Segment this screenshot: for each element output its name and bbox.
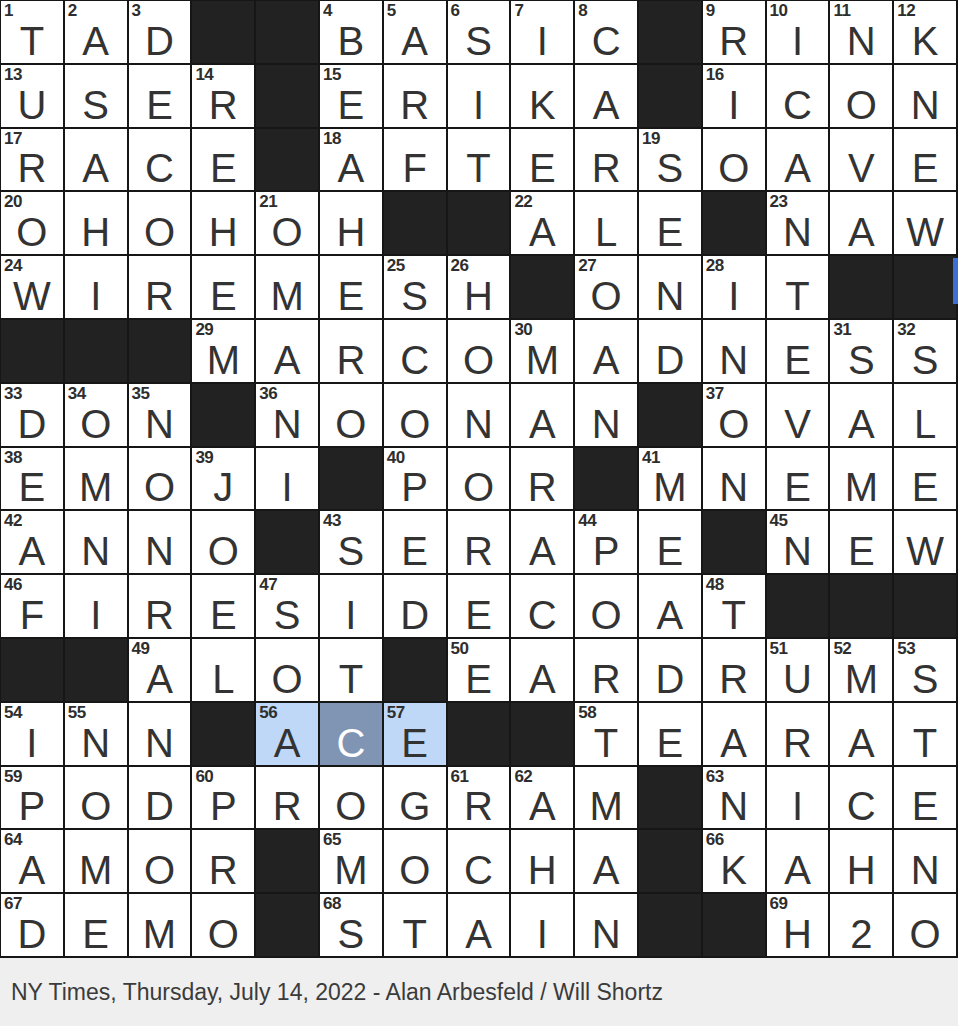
cell-r14c1[interactable]: 64A xyxy=(1,830,63,892)
black-cell xyxy=(65,639,127,701)
cell-r1c3[interactable]: 3D xyxy=(129,1,191,63)
cell-r14c7[interactable]: O xyxy=(384,830,446,892)
cell-r11c4[interactable]: L xyxy=(192,639,254,701)
cell-r15c15[interactable]: O xyxy=(894,894,956,956)
cell-letter: H xyxy=(830,850,892,890)
cell-r9c8[interactable]: R xyxy=(448,511,510,573)
cell-r6c9[interactable]: 30M xyxy=(511,320,573,382)
cell-letter: D xyxy=(129,786,191,826)
cell-r3c11[interactable]: 19S xyxy=(639,129,701,191)
cell-letter: O xyxy=(65,786,127,826)
cell-r8c4[interactable]: 39J xyxy=(192,448,254,510)
cell-r7c5[interactable]: 36N xyxy=(256,384,318,446)
cell-r4c14[interactable]: A xyxy=(830,192,892,254)
cell-r10c5[interactable]: 47S xyxy=(256,575,318,637)
cell-r11c14[interactable]: 52M xyxy=(830,639,892,701)
cell-r13c12[interactable]: 63N xyxy=(703,767,765,829)
cell-letter: A xyxy=(575,85,637,125)
cell-r7c1[interactable]: 33D xyxy=(1,384,63,446)
cell-r6c11[interactable]: D xyxy=(639,320,701,382)
cell-r14c12[interactable]: 66K xyxy=(703,830,765,892)
black-cell xyxy=(639,384,701,446)
cell-r11c9[interactable]: A xyxy=(511,639,573,701)
cell-r3c10[interactable]: R xyxy=(575,129,637,191)
cell-r12c6[interactable]: C xyxy=(320,703,382,765)
cell-r6c13[interactable]: E xyxy=(767,320,829,382)
cell-letter: R xyxy=(1,148,63,188)
cell-letter: L xyxy=(192,659,254,699)
cell-r1c12[interactable]: 9R xyxy=(703,1,765,63)
clue-number: 39 xyxy=(195,448,213,468)
cell-r3c8[interactable]: T xyxy=(448,129,510,191)
cell-r12c5[interactable]: 56A xyxy=(256,703,318,765)
cell-r3c2[interactable]: A xyxy=(65,129,127,191)
cell-r9c3[interactable]: N xyxy=(129,511,191,573)
cell-r7c9[interactable]: A xyxy=(511,384,573,446)
cell-letter: W xyxy=(894,212,956,252)
cell-letter: S xyxy=(830,340,892,380)
cell-r7c2[interactable]: 34O xyxy=(65,384,127,446)
cell-letter: E xyxy=(1,467,63,507)
black-cell xyxy=(511,703,573,765)
cell-letter: O xyxy=(575,595,637,635)
cell-r2c15[interactable]: N xyxy=(894,65,956,127)
cell-letter: T xyxy=(894,723,956,763)
cell-letter: L xyxy=(894,404,956,444)
cell-letter: N xyxy=(767,531,829,571)
cell-r4c11[interactable]: E xyxy=(639,192,701,254)
cell-letter: S xyxy=(65,85,127,125)
cell-r9c2[interactable]: N xyxy=(65,511,127,573)
cell-r12c7[interactable]: 57E xyxy=(384,703,446,765)
cell-letter: N xyxy=(575,914,637,954)
cell-letter: S xyxy=(320,531,382,571)
cell-r8c11[interactable]: 41M xyxy=(639,448,701,510)
cell-letter: O xyxy=(894,914,956,954)
black-cell xyxy=(703,192,765,254)
cell-r1c15[interactable]: 12K xyxy=(894,1,956,63)
clue-number: 8 xyxy=(578,1,587,21)
cell-r9c13[interactable]: 45N xyxy=(767,511,829,573)
cell-r8c13[interactable]: E xyxy=(767,448,829,510)
cell-letter: A xyxy=(1,850,63,890)
black-cell xyxy=(830,575,892,637)
cell-r12c13[interactable]: R xyxy=(767,703,829,765)
cell-letter: O xyxy=(384,404,446,444)
cell-r13c13[interactable]: I xyxy=(767,767,829,829)
cell-letter: H xyxy=(511,850,573,890)
cell-letter: E xyxy=(894,786,956,826)
clue-number: 10 xyxy=(770,1,788,21)
cell-r11c10[interactable]: R xyxy=(575,639,637,701)
cell-r4c2[interactable]: H xyxy=(65,192,127,254)
clue-number: 16 xyxy=(706,65,724,85)
cell-r4c5[interactable]: 21O xyxy=(256,192,318,254)
cell-r11c12[interactable]: R xyxy=(703,639,765,701)
cell-r15c13[interactable]: 69H xyxy=(767,894,829,956)
clue-number: 7 xyxy=(514,1,523,21)
cell-r1c10[interactable]: 8C xyxy=(575,1,637,63)
cell-r14c10[interactable]: A xyxy=(575,830,637,892)
cell-r1c13[interactable]: 10I xyxy=(767,1,829,63)
cell-r11c8[interactable]: 50E xyxy=(448,639,510,701)
cell-r2c3[interactable]: E xyxy=(129,65,191,127)
cell-r15c7[interactable]: T xyxy=(384,894,446,956)
cell-r13c1[interactable]: 59P xyxy=(1,767,63,829)
cell-r10c8[interactable]: E xyxy=(448,575,510,637)
cell-r2c4[interactable]: 14R xyxy=(192,65,254,127)
cell-r8c3[interactable]: O xyxy=(129,448,191,510)
cell-letter: D xyxy=(1,404,63,444)
cell-r2c7[interactable]: R xyxy=(384,65,446,127)
cell-letter: R xyxy=(575,659,637,699)
cell-r3c15[interactable]: E xyxy=(894,129,956,191)
cell-r12c10[interactable]: 58T xyxy=(575,703,637,765)
cell-r4c15[interactable]: W xyxy=(894,192,956,254)
cell-r2c10[interactable]: A xyxy=(575,65,637,127)
cell-letter: N xyxy=(830,21,892,61)
black-cell xyxy=(1,320,63,382)
cell-r15c3[interactable]: M xyxy=(129,894,191,956)
cell-r8c2[interactable]: M xyxy=(65,448,127,510)
cell-r3c1[interactable]: 17R xyxy=(1,129,63,191)
cell-letter: C xyxy=(448,850,510,890)
clue-number: 5 xyxy=(387,1,396,21)
cell-r1c14[interactable]: 11N xyxy=(830,1,892,63)
cell-r8c8[interactable]: O xyxy=(448,448,510,510)
cell-r13c8[interactable]: 61R xyxy=(448,767,510,829)
cell-r6c4[interactable]: 29M xyxy=(192,320,254,382)
black-cell xyxy=(192,384,254,446)
cell-r2c9[interactable]: K xyxy=(511,65,573,127)
cell-r9c7[interactable]: E xyxy=(384,511,446,573)
cell-r10c1[interactable]: 46F xyxy=(1,575,63,637)
cell-r14c6[interactable]: 65M xyxy=(320,830,382,892)
cell-r8c1[interactable]: 38E xyxy=(1,448,63,510)
cell-r10c3[interactable]: R xyxy=(129,575,191,637)
cell-letter: M xyxy=(256,276,318,316)
cell-letter: I xyxy=(320,595,382,635)
cell-r6c14[interactable]: 31S xyxy=(830,320,892,382)
cell-r1c7[interactable]: 5A xyxy=(384,1,446,63)
cell-r8c5[interactable]: I xyxy=(256,448,318,510)
cell-r15c6[interactable]: 68S xyxy=(320,894,382,956)
cell-letter: R xyxy=(256,786,318,826)
cell-r2c2[interactable]: S xyxy=(65,65,127,127)
cell-r7c6[interactable]: O xyxy=(320,384,382,446)
cell-r14c3[interactable]: O xyxy=(129,830,191,892)
cell-r5c8[interactable]: 26H xyxy=(448,256,510,318)
cell-r12c11[interactable]: E xyxy=(639,703,701,765)
cell-r13c3[interactable]: D xyxy=(129,767,191,829)
cell-letter: B xyxy=(320,21,382,61)
cell-letter: T xyxy=(384,914,446,954)
cell-letter: G xyxy=(384,786,446,826)
cell-letter: E xyxy=(767,467,829,507)
scrollbar-thumb[interactable] xyxy=(953,258,958,304)
cell-letter: O xyxy=(320,786,382,826)
cell-r14c14[interactable]: H xyxy=(830,830,892,892)
cell-r6c5[interactable]: A xyxy=(256,320,318,382)
cell-r8c14[interactable]: M xyxy=(830,448,892,510)
cell-letter: E xyxy=(192,148,254,188)
cell-letter: K xyxy=(511,85,573,125)
cell-letter: S xyxy=(320,914,382,954)
cell-r7c10[interactable]: N xyxy=(575,384,637,446)
cell-r8c15[interactable]: E xyxy=(894,448,956,510)
black-cell xyxy=(192,703,254,765)
cell-r7c7[interactable]: O xyxy=(384,384,446,446)
cell-r7c13[interactable]: V xyxy=(767,384,829,446)
cell-r15c8[interactable]: A xyxy=(448,894,510,956)
black-cell xyxy=(384,639,446,701)
cell-letter: S xyxy=(256,595,318,635)
cell-letter: R xyxy=(129,276,191,316)
cell-r11c11[interactable]: D xyxy=(639,639,701,701)
cell-r10c9[interactable]: C xyxy=(511,575,573,637)
black-cell xyxy=(256,830,318,892)
cell-letter: N xyxy=(129,723,191,763)
cell-letter: E xyxy=(192,276,254,316)
cell-r11c13[interactable]: 51U xyxy=(767,639,829,701)
cell-r14c15[interactable]: N xyxy=(894,830,956,892)
cell-r10c2[interactable]: I xyxy=(65,575,127,637)
cell-letter: I xyxy=(65,276,127,316)
cell-letter: C xyxy=(129,148,191,188)
cell-r7c12[interactable]: 37O xyxy=(703,384,765,446)
cell-letter: H xyxy=(448,276,510,316)
cell-r1c1[interactable]: 1T xyxy=(1,1,63,63)
cell-r5c5[interactable]: M xyxy=(256,256,318,318)
cell-letter: C xyxy=(384,340,446,380)
cell-letter: A xyxy=(320,148,382,188)
cell-letter: R xyxy=(703,21,765,61)
cell-r12c3[interactable]: N xyxy=(129,703,191,765)
cell-r3c4[interactable]: E xyxy=(192,129,254,191)
cell-letter: N xyxy=(703,786,765,826)
cell-r4c4[interactable]: H xyxy=(192,192,254,254)
cell-r8c12[interactable]: N xyxy=(703,448,765,510)
cell-r5c3[interactable]: R xyxy=(129,256,191,318)
black-cell xyxy=(65,320,127,382)
cell-r13c9[interactable]: 62A xyxy=(511,767,573,829)
cell-letter: O xyxy=(129,212,191,252)
cell-letter: T xyxy=(703,595,765,635)
cell-r3c6[interactable]: 18A xyxy=(320,129,382,191)
cell-letter: T xyxy=(448,148,510,188)
cell-letter: T xyxy=(575,723,637,763)
cell-r12c2[interactable]: 55N xyxy=(65,703,127,765)
cell-letter: E xyxy=(894,467,956,507)
cell-r9c11[interactable]: E xyxy=(639,511,701,573)
puzzle-caption: NY Times, Thursday, July 14, 2022 - Alan… xyxy=(11,979,663,1006)
cell-r5c1[interactable]: 24W xyxy=(1,256,63,318)
cell-r1c8[interactable]: 6S xyxy=(448,1,510,63)
cell-r13c5[interactable]: R xyxy=(256,767,318,829)
cell-r9c9[interactable]: A xyxy=(511,511,573,573)
cell-r4c13[interactable]: 23N xyxy=(767,192,829,254)
cell-r14c2[interactable]: M xyxy=(65,830,127,892)
cell-letter: A xyxy=(65,21,127,61)
cell-r10c10[interactable]: O xyxy=(575,575,637,637)
cell-r6c6[interactable]: R xyxy=(320,320,382,382)
black-cell xyxy=(320,448,382,510)
cell-r12c14[interactable]: A xyxy=(830,703,892,765)
cell-r10c4[interactable]: E xyxy=(192,575,254,637)
cell-letter: S xyxy=(894,340,956,380)
cell-letter: A xyxy=(767,148,829,188)
cell-letter: A xyxy=(256,723,318,763)
cell-r5c6[interactable]: E xyxy=(320,256,382,318)
cell-letter: V xyxy=(767,404,829,444)
cell-r15c14[interactable]: 2 xyxy=(830,894,892,956)
cell-r5c4[interactable]: E xyxy=(192,256,254,318)
cell-r13c4[interactable]: 60P xyxy=(192,767,254,829)
cell-r4c3[interactable]: O xyxy=(129,192,191,254)
cell-letter: O xyxy=(575,276,637,316)
cell-r12c1[interactable]: 54I xyxy=(1,703,63,765)
cell-r11c15[interactable]: 53S xyxy=(894,639,956,701)
caption-bar: NY Times, Thursday, July 14, 2022 - Alan… xyxy=(0,958,958,1026)
cell-r6c7[interactable]: C xyxy=(384,320,446,382)
cell-r5c11[interactable]: N xyxy=(639,256,701,318)
cell-r14c9[interactable]: H xyxy=(511,830,573,892)
black-cell xyxy=(639,894,701,956)
cell-r4c1[interactable]: 20O xyxy=(1,192,63,254)
cell-r13c7[interactable]: G xyxy=(384,767,446,829)
black-cell xyxy=(639,767,701,829)
cell-r3c13[interactable]: A xyxy=(767,129,829,191)
cell-r9c14[interactable]: E xyxy=(830,511,892,573)
cell-letter: I xyxy=(448,85,510,125)
cell-r3c14[interactable]: V xyxy=(830,129,892,191)
cell-letter: D xyxy=(639,659,701,699)
cell-r5c13[interactable]: T xyxy=(767,256,829,318)
cell-r3c9[interactable]: E xyxy=(511,129,573,191)
cell-r12c15[interactable]: T xyxy=(894,703,956,765)
cell-r4c9[interactable]: 22A xyxy=(511,192,573,254)
cell-letter: M xyxy=(65,850,127,890)
cell-r11c6[interactable]: T xyxy=(320,639,382,701)
cell-letter: O xyxy=(129,850,191,890)
cell-letter: K xyxy=(703,850,765,890)
cell-r7c14[interactable]: A xyxy=(830,384,892,446)
cell-r2c6[interactable]: 15E xyxy=(320,65,382,127)
cell-r11c5[interactable]: O xyxy=(256,639,318,701)
cell-r8c9[interactable]: R xyxy=(511,448,573,510)
cell-r14c4[interactable]: R xyxy=(192,830,254,892)
cell-letter: R xyxy=(192,85,254,125)
cell-r6c8[interactable]: O xyxy=(448,320,510,382)
cell-r5c7[interactable]: 25S xyxy=(384,256,446,318)
cell-r6c15[interactable]: 32S xyxy=(894,320,956,382)
cell-r2c13[interactable]: C xyxy=(767,65,829,127)
cell-r3c7[interactable]: F xyxy=(384,129,446,191)
cell-r13c14[interactable]: C xyxy=(830,767,892,829)
cell-r15c9[interactable]: I xyxy=(511,894,573,956)
cell-letter: O xyxy=(703,404,765,444)
cell-r9c15[interactable]: W xyxy=(894,511,956,573)
cell-r15c4[interactable]: O xyxy=(192,894,254,956)
cell-r1c9[interactable]: 7I xyxy=(511,1,573,63)
cell-r14c13[interactable]: A xyxy=(767,830,829,892)
cell-letter: A xyxy=(575,340,637,380)
cell-r5c10[interactable]: 27O xyxy=(575,256,637,318)
cell-r14c8[interactable]: C xyxy=(448,830,510,892)
cell-letter: F xyxy=(384,148,446,188)
cell-letter: A xyxy=(511,531,573,571)
cell-r10c11[interactable]: A xyxy=(639,575,701,637)
clue-number: 6 xyxy=(451,1,460,21)
cell-r13c2[interactable]: O xyxy=(65,767,127,829)
cell-r12c12[interactable]: A xyxy=(703,703,765,765)
crossword-grid: 1T2A3D4B5A6S7I8C9R10I11N12K13USE14R15ERI… xyxy=(0,0,958,958)
black-cell xyxy=(830,256,892,318)
cell-r7c15[interactable]: L xyxy=(894,384,956,446)
cell-r13c6[interactable]: O xyxy=(320,767,382,829)
cell-r8c7[interactable]: 40P xyxy=(384,448,446,510)
cell-r13c15[interactable]: E xyxy=(894,767,956,829)
cell-letter: M xyxy=(639,467,701,507)
cell-letter: M xyxy=(320,850,382,890)
cell-letter: N xyxy=(575,404,637,444)
cell-letter: D xyxy=(129,21,191,61)
cell-letter: O xyxy=(830,85,892,125)
cell-r2c8[interactable]: I xyxy=(448,65,510,127)
cell-r7c3[interactable]: 35N xyxy=(129,384,191,446)
cell-letter: L xyxy=(575,212,637,252)
cell-r15c2[interactable]: E xyxy=(65,894,127,956)
black-cell xyxy=(192,1,254,63)
cell-r9c6[interactable]: 43S xyxy=(320,511,382,573)
cell-letter: E xyxy=(894,148,956,188)
cell-letter: A xyxy=(384,21,446,61)
cell-r7c8[interactable]: N xyxy=(448,384,510,446)
cell-r3c12[interactable]: O xyxy=(703,129,765,191)
cell-letter: R xyxy=(192,850,254,890)
cell-r4c6[interactable]: H xyxy=(320,192,382,254)
clue-number: 54 xyxy=(4,703,22,723)
cell-r4c10[interactable]: L xyxy=(575,192,637,254)
cell-r6c10[interactable]: A xyxy=(575,320,637,382)
cell-r15c10[interactable]: N xyxy=(575,894,637,956)
cell-r5c2[interactable]: I xyxy=(65,256,127,318)
cell-r2c12[interactable]: 16I xyxy=(703,65,765,127)
cell-r9c4[interactable]: O xyxy=(192,511,254,573)
cell-letter: O xyxy=(320,404,382,444)
cell-r9c10[interactable]: 44P xyxy=(575,511,637,573)
cell-r2c1[interactable]: 13U xyxy=(1,65,63,127)
cell-letter: T xyxy=(767,276,829,316)
cell-r6c12[interactable]: N xyxy=(703,320,765,382)
black-cell xyxy=(639,1,701,63)
black-cell xyxy=(1,639,63,701)
cell-r3c3[interactable]: C xyxy=(129,129,191,191)
cell-letter: U xyxy=(1,85,63,125)
cell-r9c1[interactable]: 42A xyxy=(1,511,63,573)
cell-letter: E xyxy=(320,276,382,316)
cell-r2c14[interactable]: O xyxy=(830,65,892,127)
cell-r1c2[interactable]: 2A xyxy=(65,1,127,63)
cell-r5c12[interactable]: 28I xyxy=(703,256,765,318)
cell-r15c1[interactable]: 67D xyxy=(1,894,63,956)
cell-r1c6[interactable]: 4B xyxy=(320,1,382,63)
cell-r10c12[interactable]: 48T xyxy=(703,575,765,637)
cell-r11c3[interactable]: 49A xyxy=(129,639,191,701)
cell-r10c7[interactable]: D xyxy=(384,575,446,637)
cell-r10c6[interactable]: I xyxy=(320,575,382,637)
cell-r13c10[interactable]: M xyxy=(575,767,637,829)
